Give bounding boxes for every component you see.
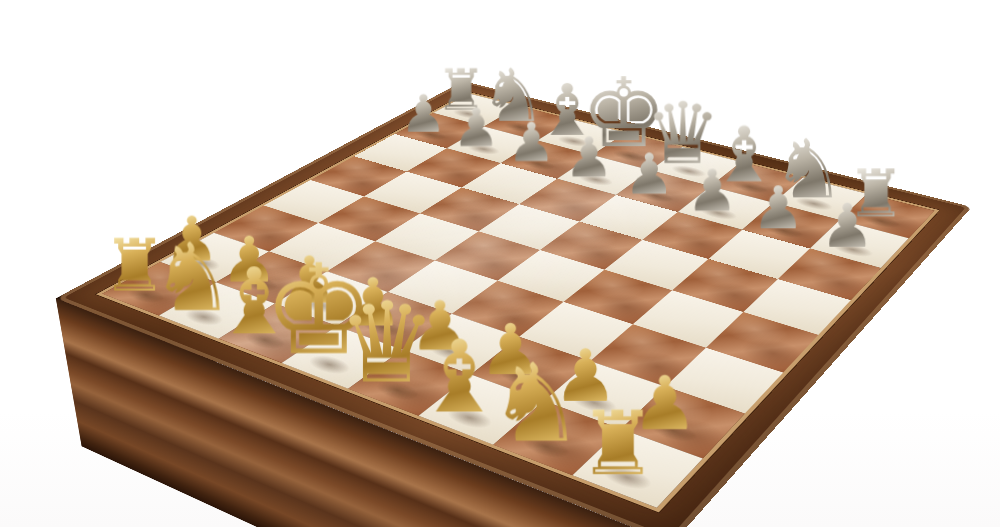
piece-gold-rook: ♜ bbox=[578, 400, 657, 488]
piece-silver-pawn: ♟ bbox=[400, 88, 446, 140]
piece-silver-pawn: ♟ bbox=[452, 101, 499, 154]
piece-gold-knight: ♞ bbox=[487, 348, 584, 456]
piece-silver-pawn: ♟ bbox=[820, 196, 874, 256]
piece-silver-pawn: ♟ bbox=[624, 145, 675, 201]
piece-silver-pawn: ♟ bbox=[686, 161, 738, 219]
piece-silver-pawn: ♟ bbox=[507, 115, 555, 169]
piece-silver-pawn: ♟ bbox=[564, 130, 613, 185]
chess-case: ♜♞♝♚♛♝♞♜♟♟♟♟♟♟♟♟♟♟♟♟♟♟♟♟♜♞♝♚♛♝♞♜ bbox=[56, 81, 972, 527]
product-photo-scene: ♜♞♝♚♛♝♞♜♟♟♟♟♟♟♟♟♟♟♟♟♟♟♟♟♜♞♝♚♛♝♞♜ bbox=[0, 0, 1000, 527]
piece-silver-pawn: ♟ bbox=[751, 178, 804, 237]
